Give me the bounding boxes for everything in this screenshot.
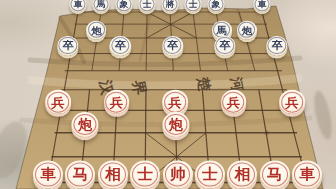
piece-black-elephant-f6r0[interactable]: 象 — [208, 0, 225, 12]
piece-character: 帅 — [170, 167, 186, 182]
piece-red-advisor-f5r9[interactable]: 士 — [195, 160, 225, 188]
piece-red-elephant-f6r9[interactable]: 相 — [227, 160, 257, 188]
piece-character: 馬 — [217, 25, 227, 35]
piece-character: 將 — [166, 0, 175, 8]
piece-character: 炮 — [91, 25, 101, 35]
piece-character: 兵 — [227, 96, 240, 109]
piece-character: 車 — [299, 167, 315, 182]
piece-black-horse-f1r0[interactable]: 馬 — [93, 0, 110, 12]
piece-character: 炮 — [242, 25, 252, 35]
piece-character: 卒 — [62, 40, 73, 51]
piece-character: 馬 — [97, 0, 106, 8]
piece-red-soldier-f2r6[interactable]: 兵 — [104, 90, 130, 114]
piece-character: 車 — [74, 0, 83, 8]
piece-character: 象 — [212, 0, 221, 8]
piece-character: 卒 — [167, 40, 178, 51]
piece-character: 卒 — [219, 40, 230, 51]
piece-character: 炮 — [169, 118, 183, 131]
piece-red-soldier-f4r6[interactable]: 兵 — [162, 90, 188, 114]
piece-black-soldier-f0r3[interactable]: 卒 — [57, 35, 78, 55]
scene: 汉界楚河 車馬象士將士象車炮馬炮卒卒卒卒卒兵兵兵兵兵炮炮車马相士帅士相马車 — [0, 0, 336, 189]
piece-black-elephant-f2r0[interactable]: 象 — [116, 0, 133, 12]
piece-black-cannon-f7r2[interactable]: 炮 — [237, 21, 257, 40]
piece-character: 兵 — [110, 96, 123, 109]
piece-character: 卒 — [271, 40, 282, 51]
piece-black-soldier-f2r3[interactable]: 卒 — [110, 35, 131, 55]
piece-red-cannon-f4r7[interactable]: 炮 — [162, 112, 189, 138]
piece-character: 士 — [137, 167, 153, 182]
piece-character: 兵 — [285, 96, 298, 109]
piece-red-horse-f1r9[interactable]: 马 — [65, 160, 95, 188]
piece-character: 兵 — [51, 96, 64, 109]
piece-character: 車 — [40, 167, 56, 182]
piece-black-general-f4r0[interactable]: 將 — [162, 0, 179, 12]
piece-character: 士 — [202, 167, 218, 182]
piece-red-general-f4r9[interactable]: 帅 — [163, 160, 193, 188]
piece-red-cannon-f1r7[interactable]: 炮 — [71, 112, 98, 138]
piece-black-cannon-f1r2[interactable]: 炮 — [86, 21, 106, 40]
piece-black-soldier-f8r3[interactable]: 卒 — [266, 35, 287, 55]
piece-red-soldier-f0r6[interactable]: 兵 — [45, 90, 71, 114]
piece-black-soldier-f4r3[interactable]: 卒 — [162, 35, 183, 55]
piece-red-advisor-f3r9[interactable]: 士 — [130, 160, 160, 188]
piece-character: 士 — [189, 0, 198, 8]
piece-character: 車 — [258, 0, 267, 8]
piece-character: 相 — [105, 167, 121, 182]
piece-character: 马 — [73, 167, 89, 182]
piece-red-rook-f0r9[interactable]: 車 — [33, 160, 63, 188]
piece-black-advisor-f5r0[interactable]: 士 — [185, 0, 202, 12]
piece-red-soldier-f6r6[interactable]: 兵 — [221, 90, 247, 114]
piece-character: 相 — [234, 167, 250, 182]
piece-black-rook-f8r0[interactable]: 車 — [254, 0, 271, 12]
piece-black-rook-f0r0[interactable]: 車 — [70, 0, 87, 12]
piece-character: 象 — [120, 0, 129, 8]
piece-red-rook-f8r9[interactable]: 車 — [292, 160, 322, 188]
piece-black-advisor-f3r0[interactable]: 士 — [139, 0, 156, 12]
pieces-layer: 車馬象士將士象車炮馬炮卒卒卒卒卒兵兵兵兵兵炮炮車马相士帅士相马車 — [0, 0, 336, 189]
piece-red-elephant-f2r9[interactable]: 相 — [98, 160, 128, 188]
piece-character: 卒 — [115, 40, 126, 51]
piece-character: 马 — [267, 167, 283, 182]
piece-red-horse-f7r9[interactable]: 马 — [260, 160, 290, 188]
piece-character: 炮 — [78, 118, 92, 131]
piece-black-soldier-f6r3[interactable]: 卒 — [214, 35, 235, 55]
piece-character: 士 — [143, 0, 152, 8]
piece-red-soldier-f8r6[interactable]: 兵 — [279, 90, 305, 114]
piece-character: 兵 — [168, 96, 181, 109]
